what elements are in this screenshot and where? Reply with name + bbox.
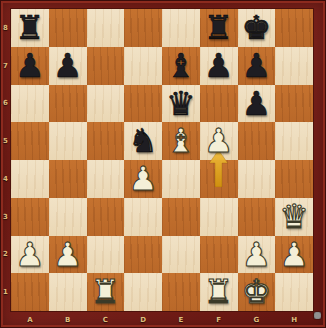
square-e1[interactable] — [162, 273, 200, 311]
square-h4[interactable] — [275, 160, 313, 198]
square-c6[interactable] — [87, 85, 125, 123]
square-b1[interactable] — [49, 273, 87, 311]
black-queen-e6[interactable]: ♛ — [162, 85, 200, 123]
square-f6[interactable] — [200, 85, 238, 123]
square-d3[interactable] — [124, 198, 162, 236]
file-label-e: E — [162, 311, 200, 328]
square-e3[interactable] — [162, 198, 200, 236]
black-king-g8[interactable]: ♚ — [238, 9, 276, 47]
rank-label-1: 1 — [0, 273, 11, 311]
square-d8[interactable] — [124, 9, 162, 47]
square-c1[interactable]: ♜ — [87, 273, 125, 311]
square-h3[interactable]: ♛ — [275, 198, 313, 236]
black-pawn-f7[interactable]: ♟ — [200, 47, 238, 85]
chess-board: ♜♜♚♟♟♝♟♟♛♟♞♝♟♟♛♟♟♟♟♜♜♚ — [11, 9, 313, 311]
white-pawn-f5[interactable]: ♟ — [200, 122, 238, 160]
white-pawn-b2[interactable]: ♟ — [49, 236, 87, 274]
square-a7[interactable]: ♟ — [11, 47, 49, 85]
white-king-g1[interactable]: ♚ — [238, 273, 276, 311]
square-g7[interactable]: ♟ — [238, 47, 276, 85]
white-rook-c1[interactable]: ♜ — [87, 273, 125, 311]
square-b3[interactable] — [49, 198, 87, 236]
square-h5[interactable] — [275, 122, 313, 160]
square-a5[interactable] — [11, 122, 49, 160]
square-b8[interactable] — [49, 9, 87, 47]
file-label-c: C — [87, 311, 125, 328]
white-pawn-d4[interactable]: ♟ — [124, 160, 162, 198]
square-d1[interactable] — [124, 273, 162, 311]
square-b6[interactable] — [49, 85, 87, 123]
square-c8[interactable] — [87, 9, 125, 47]
square-a4[interactable] — [11, 160, 49, 198]
rank-label-5: 5 — [0, 122, 11, 160]
square-h8[interactable] — [275, 9, 313, 47]
white-pawn-g2[interactable]: ♟ — [238, 236, 276, 274]
square-c5[interactable] — [87, 122, 125, 160]
square-e7[interactable]: ♝ — [162, 47, 200, 85]
white-pawn-h2[interactable]: ♟ — [275, 236, 313, 274]
black-pawn-b7[interactable]: ♟ — [49, 47, 87, 85]
black-knight-d5[interactable]: ♞ — [124, 122, 162, 160]
file-label-d: D — [124, 311, 162, 328]
square-a3[interactable] — [11, 198, 49, 236]
square-b5[interactable] — [49, 122, 87, 160]
square-c2[interactable] — [87, 236, 125, 274]
square-b2[interactable]: ♟ — [49, 236, 87, 274]
square-b7[interactable]: ♟ — [49, 47, 87, 85]
square-e4[interactable] — [162, 160, 200, 198]
square-h1[interactable] — [275, 273, 313, 311]
square-g8[interactable]: ♚ — [238, 9, 276, 47]
square-g2[interactable]: ♟ — [238, 236, 276, 274]
corner-dot — [314, 312, 321, 319]
file-label-g: G — [238, 311, 276, 328]
file-label-h: H — [275, 311, 313, 328]
square-f1[interactable]: ♜ — [200, 273, 238, 311]
black-pawn-a7[interactable]: ♟ — [11, 47, 49, 85]
black-bishop-e7[interactable]: ♝ — [162, 47, 200, 85]
black-rook-f8[interactable]: ♜ — [200, 9, 238, 47]
white-rook-f1[interactable]: ♜ — [200, 273, 238, 311]
file-label-a: A — [11, 311, 49, 328]
square-d4[interactable]: ♟ — [124, 160, 162, 198]
square-g3[interactable] — [238, 198, 276, 236]
rank-label-2: 2 — [0, 236, 11, 274]
square-d7[interactable] — [124, 47, 162, 85]
square-g4[interactable] — [238, 160, 276, 198]
black-pawn-g7[interactable]: ♟ — [238, 47, 276, 85]
rank-label-8: 8 — [0, 9, 11, 47]
file-label-f: F — [200, 311, 238, 328]
square-g1[interactable]: ♚ — [238, 273, 276, 311]
square-f7[interactable]: ♟ — [200, 47, 238, 85]
black-rook-a8[interactable]: ♜ — [11, 9, 49, 47]
square-f5[interactable]: ♟ — [200, 122, 238, 160]
black-pawn-g6[interactable]: ♟ — [238, 85, 276, 123]
square-g5[interactable] — [238, 122, 276, 160]
square-b4[interactable] — [49, 160, 87, 198]
file-label-b: B — [49, 311, 87, 328]
square-e6[interactable]: ♛ — [162, 85, 200, 123]
square-e5[interactable]: ♝ — [162, 122, 200, 160]
square-e8[interactable] — [162, 9, 200, 47]
white-pawn-a2[interactable]: ♟ — [11, 236, 49, 274]
white-bishop-e5[interactable]: ♝ — [162, 122, 200, 160]
rank-label-3: 3 — [0, 198, 11, 236]
chess-app-window: ♜♜♚♟♟♝♟♟♛♟♞♝♟♟♛♟♟♟♟♜♜♚ 87654321 ABCDEFGH — [0, 0, 326, 328]
rank-label-4: 4 — [0, 160, 11, 198]
square-e2[interactable] — [162, 236, 200, 274]
square-a2[interactable]: ♟ — [11, 236, 49, 274]
square-a8[interactable]: ♜ — [11, 9, 49, 47]
square-d6[interactable] — [124, 85, 162, 123]
square-h6[interactable] — [275, 85, 313, 123]
file-labels: ABCDEFGH — [11, 311, 313, 328]
square-h7[interactable] — [275, 47, 313, 85]
square-d5[interactable]: ♞ — [124, 122, 162, 160]
square-h2[interactable]: ♟ — [275, 236, 313, 274]
square-c7[interactable] — [87, 47, 125, 85]
square-f8[interactable]: ♜ — [200, 9, 238, 47]
rank-label-6: 6 — [0, 85, 11, 123]
square-f2[interactable] — [200, 236, 238, 274]
white-queen-h3[interactable]: ♛ — [275, 198, 313, 236]
square-c4[interactable] — [87, 160, 125, 198]
square-a1[interactable] — [11, 273, 49, 311]
square-d2[interactable] — [124, 236, 162, 274]
square-c3[interactable] — [87, 198, 125, 236]
square-f3[interactable] — [200, 198, 238, 236]
square-a6[interactable] — [11, 85, 49, 123]
square-g6[interactable]: ♟ — [238, 85, 276, 123]
rank-label-7: 7 — [0, 47, 11, 85]
rank-labels: 87654321 — [0, 9, 11, 311]
